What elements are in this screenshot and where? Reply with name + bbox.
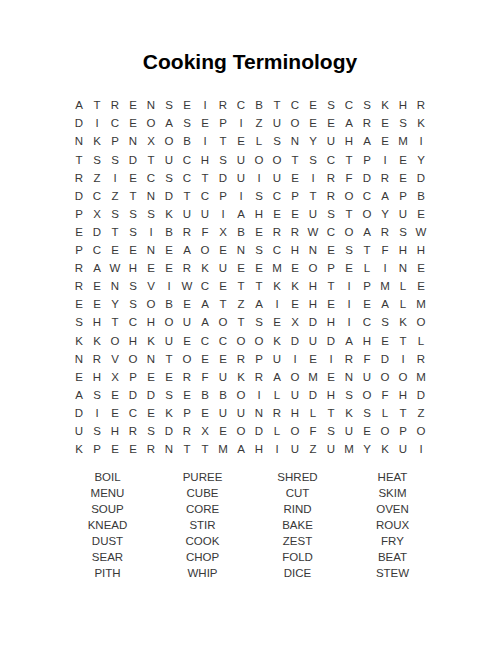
grid-cell[interactable]: A — [178, 242, 196, 260]
grid-cell[interactable]: R — [286, 224, 304, 242]
grid-cell[interactable]: K — [376, 441, 394, 459]
grid-cell[interactable]: B — [214, 387, 232, 405]
grid-cell[interactable]: R — [412, 97, 430, 115]
grid-cell[interactable]: S — [142, 206, 160, 224]
grid-cell[interactable]: T — [142, 151, 160, 169]
grid-cell[interactable]: O — [160, 133, 178, 151]
grid-cell[interactable]: N — [70, 133, 88, 151]
grid-cell[interactable]: E — [196, 115, 214, 133]
grid-cell[interactable]: S — [88, 387, 106, 405]
grid-cell[interactable]: R — [412, 350, 430, 368]
grid-cell[interactable]: R — [340, 350, 358, 368]
grid-cell[interactable]: U — [322, 133, 340, 151]
grid-cell[interactable]: U — [268, 169, 286, 187]
grid-cell[interactable]: D — [286, 332, 304, 350]
grid-cell[interactable]: O — [232, 387, 250, 405]
grid-cell[interactable]: Y — [376, 206, 394, 224]
grid-cell[interactable]: E — [358, 296, 376, 314]
grid-cell[interactable]: I — [106, 169, 124, 187]
grid-cell[interactable]: C — [196, 187, 214, 205]
grid-cell[interactable]: X — [142, 133, 160, 151]
grid-cell[interactable]: H — [322, 387, 340, 405]
grid-cell[interactable]: O — [340, 224, 358, 242]
grid-cell[interactable]: I — [196, 97, 214, 115]
grid-cell[interactable]: M — [394, 133, 412, 151]
grid-cell[interactable]: E — [160, 242, 178, 260]
grid-cell[interactable]: D — [88, 224, 106, 242]
grid-cell[interactable]: E — [286, 169, 304, 187]
grid-cell[interactable]: D — [124, 387, 142, 405]
grid-cell[interactable]: N — [160, 441, 178, 459]
grid-cell[interactable]: C — [124, 405, 142, 423]
grid-cell[interactable]: O — [106, 332, 124, 350]
grid-cell[interactable]: O — [304, 260, 322, 278]
grid-cell[interactable]: E — [286, 260, 304, 278]
grid-cell[interactable]: I — [394, 350, 412, 368]
grid-cell[interactable]: E — [106, 387, 124, 405]
grid-cell[interactable]: C — [88, 242, 106, 260]
grid-cell[interactable]: U — [178, 206, 196, 224]
grid-cell[interactable]: T — [304, 187, 322, 205]
grid-cell[interactable]: K — [286, 278, 304, 296]
grid-cell[interactable]: H — [304, 296, 322, 314]
grid-cell[interactable]: H — [394, 387, 412, 405]
grid-cell[interactable]: P — [70, 206, 88, 224]
grid-cell[interactable]: C — [106, 115, 124, 133]
grid-cell[interactable]: F — [340, 169, 358, 187]
grid-cell[interactable]: O — [250, 151, 268, 169]
grid-cell[interactable]: C — [178, 151, 196, 169]
grid-cell[interactable]: A — [376, 296, 394, 314]
grid-cell[interactable]: D — [322, 332, 340, 350]
grid-cell[interactable]: E — [214, 242, 232, 260]
grid-cell[interactable]: S — [250, 314, 268, 332]
grid-cell[interactable]: D — [304, 314, 322, 332]
grid-cell[interactable]: T — [70, 151, 88, 169]
grid-cell[interactable]: E — [178, 97, 196, 115]
grid-cell[interactable]: N — [124, 133, 142, 151]
grid-cell[interactable]: D — [160, 423, 178, 441]
grid-cell[interactable]: D — [358, 169, 376, 187]
grid-cell[interactable]: S — [160, 97, 178, 115]
grid-cell[interactable]: K — [160, 405, 178, 423]
grid-cell[interactable]: U — [394, 441, 412, 459]
grid-cell[interactable]: K — [232, 368, 250, 386]
grid-cell[interactable]: H — [322, 314, 340, 332]
grid-cell[interactable]: E — [70, 296, 88, 314]
grid-cell[interactable]: R — [124, 423, 142, 441]
grid-cell[interactable]: Z — [106, 187, 124, 205]
grid-cell[interactable]: K — [376, 97, 394, 115]
grid-cell[interactable]: E — [178, 332, 196, 350]
grid-cell[interactable]: D — [412, 387, 430, 405]
grid-cell[interactable]: P — [88, 441, 106, 459]
grid-cell[interactable]: E — [88, 296, 106, 314]
grid-cell[interactable]: C — [214, 332, 232, 350]
grid-cell[interactable]: E — [250, 260, 268, 278]
grid-cell[interactable]: A — [196, 314, 214, 332]
grid-cell[interactable]: I — [142, 224, 160, 242]
grid-cell[interactable]: P — [322, 260, 340, 278]
grid-cell[interactable]: T — [196, 441, 214, 459]
grid-cell[interactable]: W — [412, 224, 430, 242]
grid-cell[interactable]: H — [196, 151, 214, 169]
grid-cell[interactable]: P — [214, 187, 232, 205]
grid-cell[interactable]: A — [358, 224, 376, 242]
grid-cell[interactable]: E — [142, 405, 160, 423]
grid-cell[interactable]: P — [178, 405, 196, 423]
grid-cell[interactable]: H — [88, 314, 106, 332]
grid-cell[interactable]: Z — [250, 115, 268, 133]
grid-cell[interactable]: C — [322, 151, 340, 169]
grid-cell[interactable]: E — [412, 278, 430, 296]
grid-cell[interactable]: L — [412, 332, 430, 350]
grid-cell[interactable]: S — [268, 133, 286, 151]
grid-cell[interactable]: O — [394, 368, 412, 386]
grid-cell[interactable]: R — [178, 224, 196, 242]
grid-cell[interactable]: N — [394, 260, 412, 278]
grid-cell[interactable]: O — [160, 314, 178, 332]
grid-cell[interactable]: K — [394, 314, 412, 332]
grid-cell[interactable]: Y — [106, 296, 124, 314]
grid-cell[interactable]: I — [88, 115, 106, 133]
grid-cell[interactable]: R — [70, 260, 88, 278]
grid-cell[interactable]: E — [322, 242, 340, 260]
grid-cell[interactable]: F — [196, 224, 214, 242]
grid-cell[interactable]: P — [286, 187, 304, 205]
grid-cell[interactable]: F — [196, 368, 214, 386]
grid-cell[interactable]: I — [304, 169, 322, 187]
grid-cell[interactable]: C — [124, 314, 142, 332]
grid-cell[interactable]: E — [304, 350, 322, 368]
grid-cell[interactable]: D — [376, 350, 394, 368]
grid-cell[interactable]: U — [340, 423, 358, 441]
grid-cell[interactable]: T — [232, 314, 250, 332]
grid-cell[interactable]: I — [340, 314, 358, 332]
grid-cell[interactable]: T — [88, 97, 106, 115]
grid-cell[interactable]: I — [376, 260, 394, 278]
grid-cell[interactable]: L — [394, 278, 412, 296]
grid-cell[interactable]: E — [124, 97, 142, 115]
grid-cell[interactable]: H — [106, 423, 124, 441]
grid-cell[interactable]: T — [214, 296, 232, 314]
grid-cell[interactable]: E — [214, 278, 232, 296]
grid-cell[interactable]: Z — [304, 441, 322, 459]
grid-cell[interactable]: U — [178, 314, 196, 332]
grid-cell[interactable]: E — [286, 206, 304, 224]
grid-cell[interactable]: R — [106, 97, 124, 115]
grid-cell[interactable]: U — [394, 206, 412, 224]
grid-cell[interactable]: D — [142, 387, 160, 405]
grid-cell[interactable]: S — [160, 387, 178, 405]
grid-cell[interactable]: V — [142, 278, 160, 296]
grid-cell[interactable]: P — [394, 423, 412, 441]
grid-cell[interactable]: T — [250, 278, 268, 296]
grid-cell[interactable]: I — [160, 278, 178, 296]
grid-cell[interactable]: W — [304, 224, 322, 242]
grid-cell[interactable]: O — [196, 242, 214, 260]
grid-cell[interactable]: D — [70, 187, 88, 205]
grid-cell[interactable]: C — [268, 187, 286, 205]
grid-cell[interactable]: H — [142, 314, 160, 332]
grid-cell[interactable]: M — [214, 441, 232, 459]
grid-cell[interactable]: E — [376, 115, 394, 133]
grid-cell[interactable]: E — [70, 368, 88, 386]
grid-cell[interactable]: E — [412, 206, 430, 224]
grid-cell[interactable]: R — [178, 260, 196, 278]
grid-cell[interactable]: B — [160, 224, 178, 242]
grid-cell[interactable]: T — [358, 242, 376, 260]
grid-cell[interactable]: U — [214, 405, 232, 423]
grid-cell[interactable]: I — [268, 441, 286, 459]
grid-cell[interactable]: M — [412, 296, 430, 314]
grid-cell[interactable]: S — [322, 423, 340, 441]
grid-cell[interactable]: B — [178, 133, 196, 151]
grid-cell[interactable]: T — [196, 169, 214, 187]
grid-cell[interactable]: O — [358, 206, 376, 224]
grid-cell[interactable]: S — [340, 242, 358, 260]
grid-cell[interactable]: T — [106, 314, 124, 332]
grid-cell[interactable]: E — [286, 296, 304, 314]
grid-cell[interactable]: S — [106, 206, 124, 224]
grid-cell[interactable]: A — [232, 441, 250, 459]
grid-cell[interactable]: C — [286, 97, 304, 115]
grid-cell[interactable]: K — [268, 278, 286, 296]
grid-cell[interactable]: H — [250, 206, 268, 224]
grid-cell[interactable]: O — [286, 115, 304, 133]
grid-cell[interactable]: U — [214, 260, 232, 278]
grid-cell[interactable]: T — [394, 332, 412, 350]
grid-cell[interactable]: R — [250, 368, 268, 386]
grid-cell[interactable]: T — [124, 187, 142, 205]
grid-cell[interactable]: I — [214, 206, 232, 224]
grid-cell[interactable]: T — [178, 441, 196, 459]
grid-cell[interactable]: U — [358, 368, 376, 386]
grid-cell[interactable]: K — [340, 405, 358, 423]
grid-cell[interactable]: R — [178, 368, 196, 386]
grid-cell[interactable]: S — [322, 97, 340, 115]
grid-cell[interactable]: N — [70, 350, 88, 368]
grid-cell[interactable]: L — [268, 423, 286, 441]
grid-cell[interactable]: E — [304, 97, 322, 115]
grid-cell[interactable]: E — [106, 441, 124, 459]
grid-cell[interactable]: C — [232, 97, 250, 115]
grid-cell[interactable]: N — [106, 278, 124, 296]
grid-cell[interactable]: U — [160, 332, 178, 350]
grid-cell[interactable]: O — [232, 423, 250, 441]
grid-cell[interactable]: E — [232, 133, 250, 151]
grid-cell[interactable]: E — [88, 278, 106, 296]
grid-cell[interactable]: W — [178, 278, 196, 296]
grid-cell[interactable]: C — [196, 332, 214, 350]
grid-cell[interactable]: L — [394, 296, 412, 314]
grid-cell[interactable]: E — [142, 368, 160, 386]
grid-cell[interactable]: N — [340, 368, 358, 386]
grid-cell[interactable]: S — [304, 151, 322, 169]
grid-cell[interactable]: E — [124, 441, 142, 459]
grid-cell[interactable]: T — [322, 405, 340, 423]
grid-cell[interactable]: D — [70, 115, 88, 133]
grid-cell[interactable]: E — [70, 224, 88, 242]
grid-cell[interactable]: S — [394, 224, 412, 242]
grid-cell[interactable]: S — [178, 115, 196, 133]
grid-cell[interactable]: H — [250, 441, 268, 459]
grid-cell[interactable]: L — [376, 405, 394, 423]
grid-cell[interactable]: K — [196, 260, 214, 278]
grid-cell[interactable]: E — [178, 387, 196, 405]
grid-cell[interactable]: C — [340, 97, 358, 115]
grid-cell[interactable]: K — [88, 332, 106, 350]
grid-cell[interactable]: H — [340, 133, 358, 151]
grid-cell[interactable]: E — [196, 405, 214, 423]
grid-cell[interactable]: E — [250, 224, 268, 242]
grid-cell[interactable]: O — [124, 350, 142, 368]
grid-cell[interactable]: D — [70, 405, 88, 423]
grid-cell[interactable]: O — [286, 368, 304, 386]
grid-cell[interactable]: S — [340, 387, 358, 405]
grid-cell[interactable]: B — [160, 296, 178, 314]
grid-cell[interactable]: E — [160, 260, 178, 278]
grid-cell[interactable]: A — [358, 133, 376, 151]
grid-cell[interactable]: R — [376, 224, 394, 242]
grid-cell[interactable]: E — [178, 296, 196, 314]
grid-cell[interactable]: A — [340, 115, 358, 133]
grid-cell[interactable]: P — [124, 368, 142, 386]
grid-cell[interactable]: O — [358, 387, 376, 405]
grid-cell[interactable]: E — [268, 314, 286, 332]
grid-cell[interactable]: H — [394, 242, 412, 260]
grid-cell[interactable]: R — [322, 187, 340, 205]
grid-cell[interactable]: O — [268, 151, 286, 169]
grid-cell[interactable]: E — [214, 350, 232, 368]
grid-cell[interactable]: U — [286, 441, 304, 459]
grid-cell[interactable]: S — [160, 169, 178, 187]
grid-cell[interactable]: X — [106, 368, 124, 386]
grid-cell[interactable]: S — [70, 314, 88, 332]
grid-cell[interactable]: E — [106, 405, 124, 423]
grid-cell[interactable]: H — [412, 242, 430, 260]
grid-cell[interactable]: O — [142, 296, 160, 314]
grid-cell[interactable]: H — [358, 332, 376, 350]
grid-cell[interactable]: Y — [412, 151, 430, 169]
grid-cell[interactable]: T — [160, 350, 178, 368]
grid-cell[interactable]: X — [196, 423, 214, 441]
grid-cell[interactable]: E — [322, 296, 340, 314]
grid-cell[interactable]: K — [88, 133, 106, 151]
grid-cell[interactable]: C — [178, 169, 196, 187]
grid-cell[interactable]: B — [232, 224, 250, 242]
grid-cell[interactable]: U — [160, 151, 178, 169]
grid-cell[interactable]: U — [196, 206, 214, 224]
grid-cell[interactable]: H — [286, 405, 304, 423]
grid-cell[interactable]: C — [322, 224, 340, 242]
grid-cell[interactable]: D — [304, 387, 322, 405]
grid-cell[interactable]: A — [268, 368, 286, 386]
grid-cell[interactable]: H — [124, 332, 142, 350]
grid-cell[interactable]: E — [322, 115, 340, 133]
grid-cell[interactable]: N — [232, 242, 250, 260]
grid-cell[interactable]: X — [286, 314, 304, 332]
grid-cell[interactable]: S — [124, 278, 142, 296]
grid-cell[interactable]: D — [214, 169, 232, 187]
grid-cell[interactable]: A — [340, 332, 358, 350]
grid-cell[interactable]: S — [142, 423, 160, 441]
grid-cell[interactable]: I — [340, 278, 358, 296]
grid-cell[interactable]: E — [160, 368, 178, 386]
grid-cell[interactable]: T — [340, 151, 358, 169]
grid-cell[interactable]: T — [394, 405, 412, 423]
grid-cell[interactable]: E — [124, 242, 142, 260]
grid-cell[interactable]: E — [304, 115, 322, 133]
grid-cell[interactable]: P — [394, 187, 412, 205]
grid-cell[interactable]: K — [142, 332, 160, 350]
grid-cell[interactable]: H — [88, 368, 106, 386]
grid-cell[interactable]: R — [142, 441, 160, 459]
grid-cell[interactable]: A — [250, 296, 268, 314]
grid-cell[interactable]: I — [376, 151, 394, 169]
grid-cell[interactable]: K — [70, 332, 88, 350]
grid-cell[interactable]: S — [106, 151, 124, 169]
grid-cell[interactable]: Z — [412, 405, 430, 423]
grid-cell[interactable]: T — [322, 278, 340, 296]
grid-cell[interactable]: O — [412, 423, 430, 441]
grid-cell[interactable]: N — [142, 242, 160, 260]
grid-cell[interactable]: O — [178, 350, 196, 368]
grid-cell[interactable]: S — [322, 206, 340, 224]
grid-cell[interactable]: M — [412, 368, 430, 386]
grid-cell[interactable]: W — [106, 260, 124, 278]
grid-cell[interactable]: N — [142, 187, 160, 205]
grid-cell[interactable]: T — [268, 97, 286, 115]
grid-cell[interactable]: T — [286, 151, 304, 169]
grid-cell[interactable]: M — [304, 368, 322, 386]
grid-cell[interactable]: O — [376, 423, 394, 441]
grid-cell[interactable]: T — [106, 224, 124, 242]
grid-cell[interactable]: I — [196, 133, 214, 151]
grid-cell[interactable]: N — [142, 350, 160, 368]
grid-cell[interactable]: I — [412, 441, 430, 459]
grid-cell[interactable]: R — [232, 350, 250, 368]
grid-cell[interactable]: K — [268, 332, 286, 350]
grid-cell[interactable]: D — [124, 151, 142, 169]
grid-cell[interactable]: E — [214, 423, 232, 441]
grid-cell[interactable]: R — [70, 169, 88, 187]
grid-cell[interactable]: L — [358, 260, 376, 278]
grid-cell[interactable]: I — [232, 187, 250, 205]
grid-cell[interactable]: S — [88, 151, 106, 169]
grid-cell[interactable]: T — [214, 133, 232, 151]
grid-cell[interactable]: L — [304, 405, 322, 423]
grid-cell[interactable]: E — [340, 260, 358, 278]
grid-cell[interactable]: S — [124, 296, 142, 314]
grid-cell[interactable]: A — [196, 296, 214, 314]
grid-cell[interactable]: I — [250, 169, 268, 187]
grid-cell[interactable]: I — [232, 115, 250, 133]
grid-cell[interactable]: E — [268, 206, 286, 224]
grid-cell[interactable]: M — [340, 441, 358, 459]
grid-cell[interactable]: U — [232, 405, 250, 423]
grid-cell[interactable]: L — [250, 133, 268, 151]
grid-cell[interactable]: A — [232, 206, 250, 224]
grid-cell[interactable]: L — [268, 387, 286, 405]
grid-cell[interactable]: F — [304, 423, 322, 441]
grid-cell[interactable]: U — [286, 387, 304, 405]
grid-cell[interactable]: C — [358, 187, 376, 205]
grid-cell[interactable]: N — [142, 97, 160, 115]
grid-cell[interactable]: O — [142, 115, 160, 133]
grid-cell[interactable]: U — [232, 169, 250, 187]
grid-cell[interactable]: A — [70, 97, 88, 115]
